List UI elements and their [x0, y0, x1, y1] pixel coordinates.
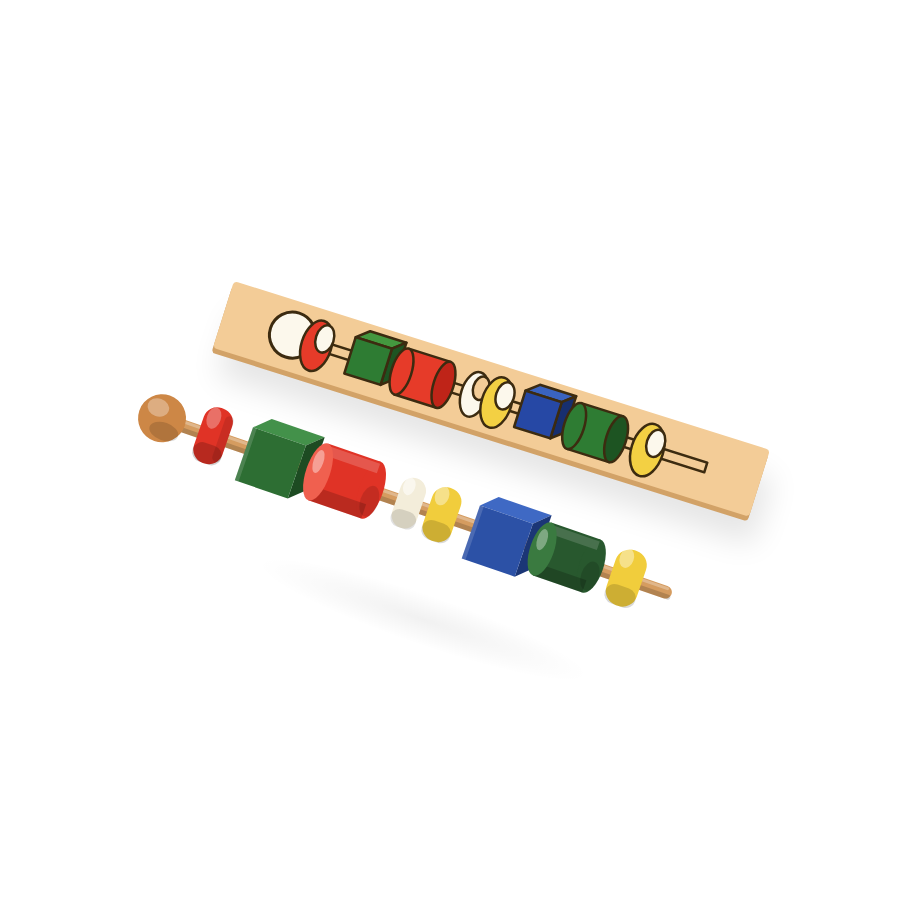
bead-ball-wood: [132, 388, 193, 449]
toy-photo-scene: [0, 0, 900, 900]
print-disc-yellow-2: [624, 420, 671, 481]
